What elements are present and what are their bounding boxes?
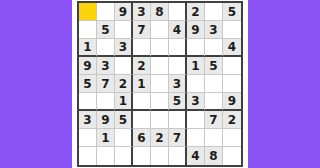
cell-r1c3[interactable]: 9 [115, 3, 133, 21]
cell-r6c6[interactable]: 5 [169, 93, 187, 111]
cell-r4c1[interactable]: 9 [79, 57, 97, 75]
cell-r2c6[interactable]: 4 [169, 21, 187, 39]
cell-r7c1[interactable]: 3 [79, 111, 97, 129]
cell-r6c4[interactable] [133, 93, 151, 111]
cell-r5c3[interactable]: 2 [115, 75, 133, 93]
cell-r4c7[interactable]: 1 [187, 57, 205, 75]
cell-r6c9[interactable]: 9 [223, 93, 241, 111]
cell-r9c8[interactable]: 8 [205, 147, 223, 165]
cell-r2c3[interactable] [115, 21, 133, 39]
cell-r6c2[interactable] [97, 93, 115, 111]
cell-r4c5[interactable] [151, 57, 169, 75]
cell-r8c8[interactable] [205, 129, 223, 147]
cell-r9c2[interactable] [97, 147, 115, 165]
cell-r3c7[interactable] [187, 39, 205, 57]
cell-r9c1[interactable] [79, 147, 97, 165]
cell-r7c2[interactable]: 9 [97, 111, 115, 129]
cell-r8c5[interactable]: 2 [151, 129, 169, 147]
cell-r5c1[interactable]: 5 [79, 75, 97, 93]
cell-r6c5[interactable] [151, 93, 169, 111]
cell-r1c1[interactable] [79, 3, 97, 21]
cell-r2c5[interactable] [151, 21, 169, 39]
cell-r7c4[interactable] [133, 111, 151, 129]
cell-r4c9[interactable] [223, 57, 241, 75]
cell-r3c3[interactable]: 3 [115, 39, 133, 57]
cell-r8c2[interactable]: 1 [97, 129, 115, 147]
cell-r7c8[interactable]: 7 [205, 111, 223, 129]
cell-r1c4[interactable]: 3 [133, 3, 151, 21]
cell-r7c9[interactable]: 2 [223, 111, 241, 129]
cell-r3c2[interactable] [97, 39, 115, 57]
cell-r7c6[interactable] [169, 111, 187, 129]
cell-r5c9[interactable] [223, 75, 241, 93]
cell-r8c6[interactable]: 7 [169, 129, 187, 147]
cell-r6c7[interactable]: 3 [187, 93, 205, 111]
cell-r9c3[interactable] [115, 147, 133, 165]
cell-r8c4[interactable]: 6 [133, 129, 151, 147]
cell-r6c8[interactable] [205, 93, 223, 111]
cell-r6c1[interactable] [79, 93, 97, 111]
cell-r5c8[interactable] [205, 75, 223, 93]
cell-r9c6[interactable] [169, 147, 187, 165]
cell-r5c7[interactable] [187, 75, 205, 93]
cell-r7c5[interactable] [151, 111, 169, 129]
cell-r5c5[interactable] [151, 75, 169, 93]
sudoku-board: 93825574931349321557213153939572162748 [77, 1, 243, 167]
cell-r2c7[interactable]: 9 [187, 21, 205, 39]
cell-r3c4[interactable] [133, 39, 151, 57]
cell-r5c2[interactable]: 7 [97, 75, 115, 93]
cell-r3c1[interactable]: 1 [79, 39, 97, 57]
cell-r4c8[interactable]: 5 [205, 57, 223, 75]
cell-r9c5[interactable] [151, 147, 169, 165]
cell-r8c7[interactable] [187, 129, 205, 147]
cell-r8c1[interactable] [79, 129, 97, 147]
cell-r3c6[interactable] [169, 39, 187, 57]
cell-r8c3[interactable] [115, 129, 133, 147]
cell-r4c4[interactable]: 2 [133, 57, 151, 75]
cell-r2c8[interactable]: 3 [205, 21, 223, 39]
cell-r1c7[interactable]: 2 [187, 3, 205, 21]
cell-r1c6[interactable] [169, 3, 187, 21]
cell-r1c9[interactable]: 5 [223, 3, 241, 21]
cell-r3c9[interactable]: 4 [223, 39, 241, 57]
cell-r9c4[interactable] [133, 147, 151, 165]
cell-r3c5[interactable] [151, 39, 169, 57]
cell-r7c7[interactable] [187, 111, 205, 129]
cell-r4c6[interactable] [169, 57, 187, 75]
cell-r9c9[interactable] [223, 147, 241, 165]
cell-r1c2[interactable] [97, 3, 115, 21]
cell-r1c8[interactable] [205, 3, 223, 21]
cell-r7c3[interactable]: 5 [115, 111, 133, 129]
cell-r4c3[interactable] [115, 57, 133, 75]
cell-r4c2[interactable]: 3 [97, 57, 115, 75]
cell-r6c3[interactable]: 1 [115, 93, 133, 111]
board-card: 93825574931349321557213153939572162748 [72, 0, 248, 168]
cell-r2c2[interactable]: 5 [97, 21, 115, 39]
cell-r5c6[interactable]: 3 [169, 75, 187, 93]
cell-r9c7[interactable]: 4 [187, 147, 205, 165]
cell-r2c4[interactable]: 7 [133, 21, 151, 39]
cell-r2c9[interactable] [223, 21, 241, 39]
cell-r5c4[interactable]: 1 [133, 75, 151, 93]
cell-r8c9[interactable] [223, 129, 241, 147]
cell-r1c5[interactable]: 8 [151, 3, 169, 21]
cell-r2c1[interactable] [79, 21, 97, 39]
cell-r3c8[interactable] [205, 39, 223, 57]
